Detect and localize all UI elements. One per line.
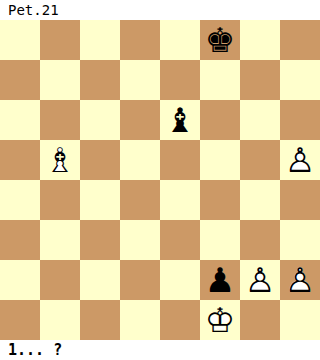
square-g8[interactable] xyxy=(240,20,280,60)
square-a1[interactable] xyxy=(0,300,40,340)
square-b2[interactable] xyxy=(40,260,80,300)
black-king-piece: ♚ xyxy=(205,23,235,57)
square-e2[interactable] xyxy=(160,260,200,300)
square-b7[interactable] xyxy=(40,60,80,100)
square-h7[interactable] xyxy=(280,60,320,100)
square-g2[interactable]: ♟♙ xyxy=(240,260,280,300)
square-f6[interactable] xyxy=(200,100,240,140)
black-pawn-piece: ♟ xyxy=(205,263,235,297)
white-pawn-glyph: ♙ xyxy=(245,260,275,300)
square-a4[interactable] xyxy=(0,180,40,220)
square-a8[interactable] xyxy=(0,20,40,60)
square-g7[interactable] xyxy=(240,60,280,100)
square-c2[interactable] xyxy=(80,260,120,300)
square-f5[interactable] xyxy=(200,140,240,180)
square-f2[interactable]: ♟ xyxy=(200,260,240,300)
move-prompt: 1... ? xyxy=(8,341,62,359)
square-h5[interactable]: ♟♙ xyxy=(280,140,320,180)
square-e4[interactable] xyxy=(160,180,200,220)
square-b3[interactable] xyxy=(40,220,80,260)
square-c6[interactable] xyxy=(80,100,120,140)
white-pawn-glyph: ♙ xyxy=(285,140,315,180)
white-king-glyph: ♔ xyxy=(205,300,235,340)
square-e7[interactable] xyxy=(160,60,200,100)
square-g1[interactable] xyxy=(240,300,280,340)
square-b6[interactable] xyxy=(40,100,80,140)
square-f4[interactable] xyxy=(200,180,240,220)
square-c3[interactable] xyxy=(80,220,120,260)
square-d3[interactable] xyxy=(120,220,160,260)
black-pawn-glyph: ♟ xyxy=(205,260,235,300)
square-h6[interactable] xyxy=(280,100,320,140)
square-d5[interactable] xyxy=(120,140,160,180)
square-g4[interactable] xyxy=(240,180,280,220)
square-c7[interactable] xyxy=(80,60,120,100)
square-g3[interactable] xyxy=(240,220,280,260)
square-b1[interactable] xyxy=(40,300,80,340)
square-e8[interactable] xyxy=(160,20,200,60)
white-pawn-piece: ♟♙ xyxy=(245,263,275,297)
black-bishop-piece: ♝ xyxy=(165,103,195,137)
square-f1[interactable]: ♚♔ xyxy=(200,300,240,340)
white-pawn-piece: ♟♙ xyxy=(285,263,315,297)
square-h3[interactable] xyxy=(280,220,320,260)
white-bishop-piece: ♝♗ xyxy=(45,143,75,177)
white-king-piece: ♚♔ xyxy=(205,303,235,337)
diagram-footer: 1... ? xyxy=(0,340,320,360)
black-bishop-glyph: ♝ xyxy=(165,100,195,140)
square-e1[interactable] xyxy=(160,300,200,340)
square-d4[interactable] xyxy=(120,180,160,220)
square-b5[interactable]: ♝♗ xyxy=(40,140,80,180)
square-g5[interactable] xyxy=(240,140,280,180)
chess-diagram: Pet.21 ♚♝♝♗♟♙♟♟♙♟♙♚♔ 1... ? xyxy=(0,0,320,360)
square-a2[interactable] xyxy=(0,260,40,300)
square-a6[interactable] xyxy=(0,100,40,140)
square-c5[interactable] xyxy=(80,140,120,180)
square-d6[interactable] xyxy=(120,100,160,140)
white-pawn-piece: ♟♙ xyxy=(285,143,315,177)
square-c8[interactable] xyxy=(80,20,120,60)
square-c1[interactable] xyxy=(80,300,120,340)
square-h8[interactable] xyxy=(280,20,320,60)
square-a7[interactable] xyxy=(0,60,40,100)
square-f8[interactable]: ♚ xyxy=(200,20,240,60)
square-h2[interactable]: ♟♙ xyxy=(280,260,320,300)
square-g6[interactable] xyxy=(240,100,280,140)
square-d8[interactable] xyxy=(120,20,160,60)
square-h1[interactable] xyxy=(280,300,320,340)
square-d1[interactable] xyxy=(120,300,160,340)
diagram-header: Pet.21 xyxy=(0,0,320,20)
square-a5[interactable] xyxy=(0,140,40,180)
square-e3[interactable] xyxy=(160,220,200,260)
square-d2[interactable] xyxy=(120,260,160,300)
square-f7[interactable] xyxy=(200,60,240,100)
square-a3[interactable] xyxy=(0,220,40,260)
square-b4[interactable] xyxy=(40,180,80,220)
white-pawn-glyph: ♙ xyxy=(285,260,315,300)
square-h4[interactable] xyxy=(280,180,320,220)
square-b8[interactable] xyxy=(40,20,80,60)
square-f3[interactable] xyxy=(200,220,240,260)
square-d7[interactable] xyxy=(120,60,160,100)
chess-board: ♚♝♝♗♟♙♟♟♙♟♙♚♔ xyxy=(0,20,320,340)
square-e5[interactable] xyxy=(160,140,200,180)
square-c4[interactable] xyxy=(80,180,120,220)
puzzle-label: Pet.21 xyxy=(8,2,59,18)
white-bishop-glyph: ♗ xyxy=(45,140,75,180)
black-king-glyph: ♚ xyxy=(205,20,235,60)
square-e6[interactable]: ♝ xyxy=(160,100,200,140)
